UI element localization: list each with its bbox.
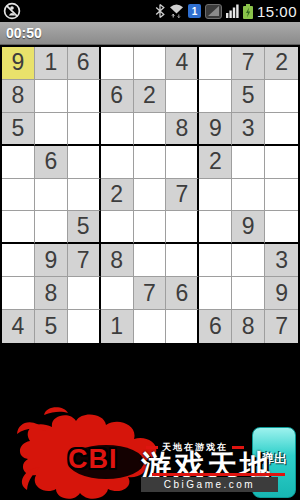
cell-r5c4[interactable]: 2 (101, 179, 134, 212)
cell-r7c5[interactable] (134, 244, 167, 277)
cell-r5c2[interactable] (35, 179, 68, 212)
cell-r8c9[interactable]: 9 (265, 277, 298, 310)
cell-r1c2[interactable]: 1 (35, 47, 68, 80)
cell-r1c5[interactable] (134, 47, 167, 80)
cell-r6c1[interactable] (2, 211, 35, 244)
cell-r4c9[interactable] (265, 146, 298, 179)
status-icons: 1 15:00 (155, 3, 297, 20)
cell-r9c1[interactable]: 4 (2, 310, 35, 343)
signal-sim2-off-icon (205, 4, 222, 19)
cell-r1c7[interactable] (199, 47, 232, 80)
cell-r2c3[interactable] (68, 80, 101, 113)
cell-r5c6[interactable]: 7 (166, 179, 199, 212)
cell-r4c7[interactable]: 2 (199, 146, 232, 179)
cell-r4c3[interactable] (68, 146, 101, 179)
cell-r3c6[interactable]: 8 (166, 113, 199, 146)
cell-r4c6[interactable] (166, 146, 199, 179)
cell-r4c5[interactable] (134, 146, 167, 179)
cell-r6c7[interactable] (199, 211, 232, 244)
bluetooth-icon (155, 4, 165, 18)
cell-r4c2[interactable]: 6 (35, 146, 68, 179)
cell-r9c8[interactable]: 8 (232, 310, 265, 343)
cell-r8c3[interactable] (68, 277, 101, 310)
cell-r3c4[interactable] (101, 113, 134, 146)
timer-text: 00:50 (6, 25, 42, 41)
cell-r6c2[interactable] (35, 211, 68, 244)
timer-bar: 00:50 (0, 22, 300, 45)
cell-r9c9[interactable]: 7 (265, 310, 298, 343)
cell-r7c8[interactable] (232, 244, 265, 277)
red-underline (152, 473, 285, 476)
cell-r9c7[interactable]: 6 (199, 310, 232, 343)
cell-r1c8[interactable]: 7 (232, 47, 265, 80)
cell-r7c3[interactable]: 7 (68, 244, 101, 277)
cell-r3c7[interactable]: 9 (199, 113, 232, 146)
cell-r7c6[interactable] (166, 244, 199, 277)
cell-r6c9[interactable] (265, 211, 298, 244)
cell-r3c8[interactable]: 3 (232, 113, 265, 146)
cell-r5c3[interactable] (68, 179, 101, 212)
cell-r8c6[interactable]: 6 (166, 277, 199, 310)
sim1-badge: 1 (188, 4, 201, 18)
cell-r7c2[interactable]: 9 (35, 244, 68, 277)
cell-r2c5[interactable]: 2 (134, 80, 167, 113)
cell-r2c7[interactable] (199, 80, 232, 113)
cell-r8c5[interactable]: 7 (134, 277, 167, 310)
cell-r5c8[interactable] (232, 179, 265, 212)
ad-url-bar: CbiGame.com (141, 477, 278, 492)
cell-r4c8[interactable] (232, 146, 265, 179)
cell-r3c1[interactable]: 5 (2, 113, 35, 146)
cell-r2c9[interactable] (265, 80, 298, 113)
cell-r9c4[interactable]: 1 (101, 310, 134, 343)
sudoku-grid[interactable]: 9164728625589362275997838769451687 (0, 45, 300, 345)
cell-r8c7[interactable] (199, 277, 232, 310)
cell-r7c9[interactable]: 3 (265, 244, 298, 277)
cell-r6c5[interactable] (134, 211, 167, 244)
cell-r9c2[interactable]: 5 (35, 310, 68, 343)
cbi-logo-text: CBI (68, 444, 118, 475)
cell-r3c5[interactable] (134, 113, 167, 146)
cell-r6c8[interactable]: 9 (232, 211, 265, 244)
cell-r7c4[interactable]: 8 (101, 244, 134, 277)
cell-r4c4[interactable] (101, 146, 134, 179)
status-bar: 1 15:00 (0, 0, 300, 22)
cell-r1c6[interactable]: 4 (166, 47, 199, 80)
cell-r1c4[interactable] (101, 47, 134, 80)
cell-r7c1[interactable] (2, 244, 35, 277)
cell-r8c8[interactable] (232, 277, 265, 310)
cell-r5c1[interactable] (2, 179, 35, 212)
ad-banner[interactable]: CBI 天地在游戏在 游戏天地 CbiGame.com 弹出 (0, 345, 300, 500)
cell-r5c7[interactable] (199, 179, 232, 212)
wifi-icon (169, 4, 184, 18)
cell-r2c8[interactable]: 5 (232, 80, 265, 113)
cell-r5c5[interactable] (134, 179, 167, 212)
cell-r6c4[interactable] (101, 211, 134, 244)
blocking-mode-icon (3, 2, 21, 20)
cell-r2c2[interactable] (35, 80, 68, 113)
cell-r3c3[interactable] (68, 113, 101, 146)
clock-text: 15:00 (257, 3, 297, 20)
signal-icon (226, 4, 239, 18)
cell-r3c9[interactable] (265, 113, 298, 146)
cell-r3c2[interactable] (35, 113, 68, 146)
cell-r6c6[interactable] (166, 211, 199, 244)
cell-r1c9[interactable]: 2 (265, 47, 298, 80)
cell-r4c1[interactable] (2, 146, 35, 179)
cell-r8c4[interactable] (101, 277, 134, 310)
cell-r7c7[interactable] (199, 244, 232, 277)
cell-r9c3[interactable] (68, 310, 101, 343)
cell-r8c1[interactable] (2, 277, 35, 310)
cell-r9c6[interactable] (166, 310, 199, 343)
cell-r2c4[interactable]: 6 (101, 80, 134, 113)
cell-r5c9[interactable] (265, 179, 298, 212)
cell-r1c3[interactable]: 6 (68, 47, 101, 80)
cell-r8c2[interactable]: 8 (35, 277, 68, 310)
cell-r9c5[interactable] (134, 310, 167, 343)
ad-url-text: CbiGame.com (164, 479, 255, 490)
cell-r2c6[interactable] (166, 80, 199, 113)
cell-r6c3[interactable]: 5 (68, 211, 101, 244)
battery-charging-icon (243, 4, 253, 19)
cell-r2c1[interactable]: 8 (2, 80, 35, 113)
cell-r1c1[interactable]: 9 (2, 47, 35, 80)
